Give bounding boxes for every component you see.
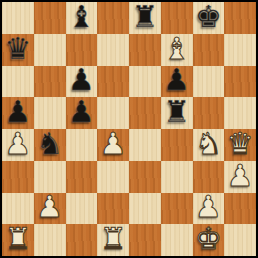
square-d8[interactable] [97, 2, 129, 34]
square-b4[interactable]: ♞ [34, 129, 66, 161]
square-d7[interactable] [97, 34, 129, 66]
square-h8[interactable] [224, 2, 256, 34]
white-pawn: ♟ [100, 129, 127, 159]
square-d6[interactable] [97, 66, 129, 98]
square-b8[interactable] [34, 2, 66, 34]
square-h3[interactable]: ♟ [224, 161, 256, 193]
square-e8[interactable]: ♜ [129, 2, 161, 34]
square-e2[interactable] [129, 193, 161, 225]
square-f8[interactable] [161, 2, 193, 34]
white-king: ♚ [195, 224, 222, 254]
square-e6[interactable] [129, 66, 161, 98]
square-d4[interactable]: ♟ [97, 129, 129, 161]
chess-board: ♝♜♚♛♝♟♟♟♟♜♟♞♟♞♛♟♟♟♜♜♚ [2, 2, 256, 256]
square-d1[interactable]: ♜ [97, 224, 129, 256]
square-g8[interactable]: ♚ [193, 2, 225, 34]
square-b7[interactable] [34, 34, 66, 66]
black-pawn: ♟ [163, 66, 190, 96]
square-h5[interactable] [224, 97, 256, 129]
square-f5[interactable]: ♜ [161, 97, 193, 129]
square-b2[interactable]: ♟ [34, 193, 66, 225]
square-c2[interactable] [66, 193, 98, 225]
black-rook: ♜ [131, 2, 158, 32]
square-a3[interactable] [2, 161, 34, 193]
square-f4[interactable] [161, 129, 193, 161]
square-b3[interactable] [34, 161, 66, 193]
white-knight: ♞ [195, 129, 222, 159]
square-c6[interactable]: ♟ [66, 66, 98, 98]
square-a6[interactable] [2, 66, 34, 98]
square-c7[interactable] [66, 34, 98, 66]
square-a1[interactable]: ♜ [2, 224, 34, 256]
square-b5[interactable] [34, 97, 66, 129]
black-bishop: ♝ [68, 2, 95, 32]
black-king: ♚ [195, 2, 222, 32]
square-g1[interactable]: ♚ [193, 224, 225, 256]
square-a4[interactable]: ♟ [2, 129, 34, 161]
square-g3[interactable] [193, 161, 225, 193]
square-f2[interactable] [161, 193, 193, 225]
black-knight: ♞ [36, 129, 63, 159]
square-a5[interactable]: ♟ [2, 97, 34, 129]
square-f3[interactable] [161, 161, 193, 193]
white-pawn: ♟ [227, 161, 254, 191]
white-rook: ♜ [4, 224, 31, 254]
square-f7[interactable]: ♝ [161, 34, 193, 66]
square-g7[interactable] [193, 34, 225, 66]
square-d5[interactable] [97, 97, 129, 129]
black-pawn: ♟ [68, 97, 95, 127]
square-f6[interactable]: ♟ [161, 66, 193, 98]
square-a7[interactable]: ♛ [2, 34, 34, 66]
square-a2[interactable] [2, 193, 34, 225]
square-h2[interactable] [224, 193, 256, 225]
square-e5[interactable] [129, 97, 161, 129]
square-b6[interactable] [34, 66, 66, 98]
square-h1[interactable] [224, 224, 256, 256]
square-e7[interactable] [129, 34, 161, 66]
square-a8[interactable] [2, 2, 34, 34]
white-pawn: ♟ [36, 193, 63, 223]
chess-board-frame: ♝♜♚♛♝♟♟♟♟♜♟♞♟♞♛♟♟♟♜♜♚ [0, 0, 258, 258]
square-c5[interactable]: ♟ [66, 97, 98, 129]
square-h6[interactable] [224, 66, 256, 98]
square-c1[interactable] [66, 224, 98, 256]
white-pawn: ♟ [195, 193, 222, 223]
black-pawn: ♟ [4, 97, 31, 127]
black-queen: ♛ [4, 34, 31, 64]
white-pawn: ♟ [4, 129, 31, 159]
square-d2[interactable] [97, 193, 129, 225]
square-g4[interactable]: ♞ [193, 129, 225, 161]
square-b1[interactable] [34, 224, 66, 256]
square-e1[interactable] [129, 224, 161, 256]
square-g6[interactable] [193, 66, 225, 98]
square-d3[interactable] [97, 161, 129, 193]
square-h4[interactable]: ♛ [224, 129, 256, 161]
square-f1[interactable] [161, 224, 193, 256]
square-g5[interactable] [193, 97, 225, 129]
white-bishop: ♝ [163, 34, 190, 64]
square-e4[interactable] [129, 129, 161, 161]
square-g2[interactable]: ♟ [193, 193, 225, 225]
square-c4[interactable] [66, 129, 98, 161]
white-queen: ♛ [227, 129, 254, 159]
square-h7[interactable] [224, 34, 256, 66]
square-c3[interactable] [66, 161, 98, 193]
white-rook: ♜ [100, 224, 127, 254]
square-c8[interactable]: ♝ [66, 2, 98, 34]
black-rook: ♜ [163, 97, 190, 127]
square-e3[interactable] [129, 161, 161, 193]
black-pawn: ♟ [68, 66, 95, 96]
